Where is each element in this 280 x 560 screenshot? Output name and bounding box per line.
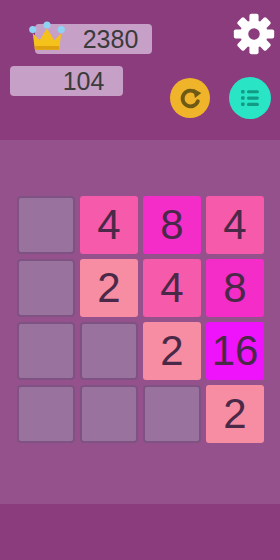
tile-2: 2	[143, 322, 201, 380]
tile-8: 8	[143, 196, 201, 254]
best-score-box: 2380	[35, 24, 152, 54]
restart-button[interactable]	[170, 78, 210, 118]
tile-2: 2	[206, 385, 264, 443]
list-icon	[237, 85, 263, 111]
empty-cell	[17, 259, 75, 317]
tile-4: 4	[206, 196, 264, 254]
current-score-box: 104	[10, 66, 123, 96]
empty-cell	[80, 385, 138, 443]
empty-cell	[143, 385, 201, 443]
empty-cell	[17, 322, 75, 380]
current-score-value: 104	[63, 66, 105, 96]
empty-cell	[80, 322, 138, 380]
menu-button[interactable]	[229, 77, 271, 119]
empty-cell	[17, 196, 75, 254]
tile-4: 4	[80, 196, 138, 254]
settings-button[interactable]	[232, 12, 276, 56]
tile-2: 2	[80, 259, 138, 317]
game-screen: 2380 104	[0, 0, 280, 560]
board[interactable]: 4842482162	[17, 196, 264, 443]
refresh-icon	[177, 85, 204, 112]
gear-icon	[232, 12, 276, 56]
crown-icon	[28, 19, 66, 55]
tile-16: 16	[206, 322, 264, 380]
tile-4: 4	[143, 259, 201, 317]
footer-band	[0, 504, 280, 560]
empty-cell	[17, 385, 75, 443]
tile-8: 8	[206, 259, 264, 317]
best-score-value: 2380	[83, 24, 139, 54]
